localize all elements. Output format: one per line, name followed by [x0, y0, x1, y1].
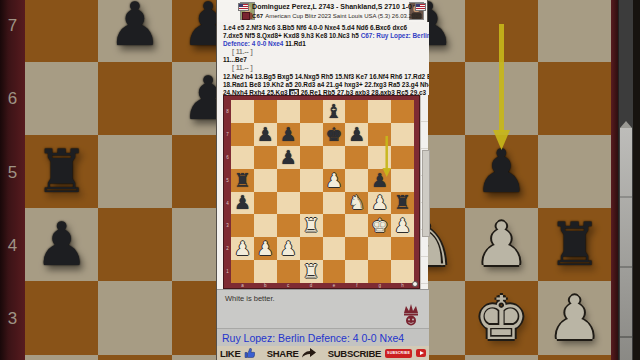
diagram-rank-label-1: 1: [224, 269, 231, 274]
notation-line[interactable]: 1.e4 e5 2.Nf3 Nc6 3.Bb5 Nf6 4.0-0 Nxe4 5…: [223, 24, 429, 32]
piece-black-p[interactable]: ♟: [280, 123, 297, 146]
diagram-chess-board[interactable]: ♝♟♟♚♟♟♜♟♟♟♞♟♜♜♚♟♟♟♟♜: [231, 100, 414, 283]
piece-black-b[interactable]: ♝: [325, 100, 342, 123]
diagram-rank-label-8: 8: [224, 109, 231, 114]
piece-white-r[interactable]: ♜: [303, 214, 320, 237]
diagram-rank-label-6: 6: [224, 155, 231, 160]
opening-name: Ruy Lopez: Berlin Defence: 4 0-0 Nxe4: [222, 332, 404, 344]
subscribe-label[interactable]: SUBSCRIBE: [328, 348, 381, 359]
square-e2[interactable]: [323, 237, 346, 260]
square-e7[interactable]: ♚: [323, 123, 346, 146]
diagram-file-label-d: d: [307, 283, 315, 288]
square-d4[interactable]: [300, 192, 323, 215]
square-f8[interactable]: [345, 100, 368, 123]
social-bar: LIKE SHARE SUBSCRIBE SUBSCRIBE: [217, 346, 429, 360]
diagram-file-label-h: h: [399, 283, 407, 288]
square-c1[interactable]: [277, 260, 300, 283]
like-label[interactable]: LIKE: [220, 348, 240, 359]
square-a6[interactable]: [231, 146, 254, 169]
square-d1[interactable]: ♜: [300, 260, 323, 283]
square-f7[interactable]: ♟: [345, 123, 368, 146]
piece-white-k[interactable]: ♚: [371, 214, 388, 237]
notation-line[interactable]: 18.Rad1 Be8 19.Kh2 a5 20.Rd3 a4 21.g4 hx…: [223, 81, 429, 89]
square-b7[interactable]: ♟: [254, 123, 277, 146]
square-b2[interactable]: ♟: [254, 237, 277, 260]
square-e4[interactable]: [323, 192, 346, 215]
video-frame: ♝♟♟♚♟♟♜♟♟♟♞♟♜♜♚♟♟♟♟♜ 76543 Dominguez Per…: [0, 0, 640, 360]
square-g2[interactable]: [368, 237, 391, 260]
notation-line[interactable]: Defence: 4 0-0 Nxe4 11.Rd1: [223, 40, 429, 48]
piece-black-r[interactable]: ♜: [234, 169, 251, 192]
subscribe-button[interactable]: SUBSCRIBE: [385, 349, 412, 358]
square-c2[interactable]: ♟: [277, 237, 300, 260]
move-text[interactable]: 11.Rd1: [285, 40, 306, 47]
piece-black-p[interactable]: ♟: [234, 191, 251, 214]
evaluation-text: White is better.: [225, 294, 275, 303]
square-f5[interactable]: [345, 169, 368, 192]
notation-scrollbar-thumb[interactable]: [422, 150, 430, 237]
window-scrollbar[interactable]: [618, 0, 633, 360]
square-c5[interactable]: [277, 169, 300, 192]
share-arrow-icon[interactable]: [302, 348, 316, 358]
square-e1[interactable]: [323, 260, 346, 283]
analysis-panel: Dominguez Perez,L 2743 - Shankland,S 271…: [216, 0, 428, 360]
youtube-icon[interactable]: [416, 349, 426, 357]
piece-white-p[interactable]: ♟: [234, 237, 251, 260]
piece-black-p[interactable]: ♟: [257, 123, 274, 146]
square-h4[interactable]: ♜: [391, 192, 414, 215]
square-d8[interactable]: [300, 100, 323, 123]
piece-black-k[interactable]: ♚: [325, 123, 342, 146]
square-f4[interactable]: ♞: [345, 192, 368, 215]
square-g7[interactable]: [368, 123, 391, 146]
move-text[interactable]: Defence: 4 0-0 Nxe4: [223, 40, 285, 47]
database-icon: [242, 12, 250, 20]
move-text[interactable]: 11...Be7: [223, 56, 247, 63]
square-a1[interactable]: [231, 260, 254, 283]
diagram-file-label-c: c: [284, 283, 292, 288]
move-text[interactable]: 7.dxe5 Nf5 8.Qxd8+ Kxd8 9.h3 Ke8 10.Nc3 …: [223, 32, 361, 39]
eco-code: C67: [252, 13, 263, 19]
square-a7[interactable]: [231, 123, 254, 146]
move-text[interactable]: [ 11.-- ]: [232, 64, 253, 71]
game-header: Dominguez Perez,L 2743 - Shankland,S 271…: [217, 0, 427, 23]
window-scrollbar-thumb[interactable]: [620, 128, 632, 360]
square-f1[interactable]: [345, 260, 368, 283]
square-c8[interactable]: [277, 100, 300, 123]
piece-white-p[interactable]: ♟: [325, 169, 342, 192]
move-text[interactable]: C67: Ruy Lopez: Berlin: [361, 32, 429, 39]
square-h8[interactable]: [391, 100, 414, 123]
square-h2[interactable]: [391, 237, 414, 260]
evaluation-box: White is better.: [217, 289, 429, 328]
square-d6[interactable]: [300, 146, 323, 169]
square-d5[interactable]: [300, 169, 323, 192]
opening-name-bar: Ruy Lopez: Berlin Defence: 4 0-0 Nxe4: [217, 328, 429, 346]
square-g6[interactable]: [368, 146, 391, 169]
square-e3[interactable]: [323, 214, 346, 237]
diagram-rank-label-2: 2: [224, 246, 231, 251]
square-a5[interactable]: ♜: [231, 169, 254, 192]
piece-white-p[interactable]: ♟: [280, 237, 297, 260]
diagram-file-label-f: f: [353, 283, 361, 288]
white-flag-icon: [238, 3, 249, 11]
move-text[interactable]: 18.Rad1 Be8 19.Kh2 a5 20.Rd3 a4 21.g4 hx…: [223, 81, 429, 88]
square-c4[interactable]: [277, 192, 300, 215]
black-flag-icon: [415, 3, 426, 11]
square-a4[interactable]: ♟: [231, 192, 254, 215]
square-e8[interactable]: ♝: [323, 100, 346, 123]
screen-right-edge: [633, 0, 640, 360]
notation-line[interactable]: 7.dxe5 Nf5 8.Qxd8+ Kxd8 9.h3 Ke8 10.Nc3 …: [223, 32, 429, 40]
square-h3[interactable]: ♟: [391, 214, 414, 237]
event-text: American Cup Blitz 2023 Saint Louis USA …: [265, 13, 422, 19]
square-f2[interactable]: [345, 237, 368, 260]
square-g1[interactable]: [368, 260, 391, 283]
square-d3[interactable]: ♜: [300, 214, 323, 237]
square-g5[interactable]: ♟: [368, 169, 391, 192]
square-g4[interactable]: ♟: [368, 192, 391, 215]
board-diagram: ♝♟♟♚♟♟♜♟♟♟♞♟♜♜♚♟♟♟♟♜ 87654321 abcdefgh: [223, 95, 420, 289]
piece-white-n[interactable]: ♞: [348, 191, 365, 214]
square-a3[interactable]: [231, 214, 254, 237]
square-h5[interactable]: [391, 169, 414, 192]
square-d2[interactable]: [300, 237, 323, 260]
square-f6[interactable]: [345, 146, 368, 169]
diagram-file-label-a: a: [238, 283, 246, 288]
players-line: Dominguez Perez,L 2743 - Shankland,S 271…: [257, 2, 407, 11]
white-to-move-indicator: [412, 281, 418, 287]
diagram-rank-label-3: 3: [224, 223, 231, 228]
diagram-file-label-b: b: [261, 283, 269, 288]
square-a2[interactable]: ♟: [231, 237, 254, 260]
square-d7[interactable]: [300, 123, 323, 146]
square-c6[interactable]: ♟: [277, 146, 300, 169]
diagram-rank-label-5: 5: [224, 178, 231, 183]
square-e5[interactable]: ♟: [323, 169, 346, 192]
diagram-rank-label-4: 4: [224, 201, 231, 206]
notation-pane[interactable]: 1.e4 e5 2.Nf3 Nc6 3.Bb5 Nf6 4.0-0 Nxe4 5…: [217, 22, 429, 95]
square-b3[interactable]: [254, 214, 277, 237]
square-h1[interactable]: [391, 260, 414, 283]
notation-line[interactable]: 11...Be7: [223, 56, 429, 64]
event-line: C67 American Cup Blitz 2023 Saint Louis …: [257, 11, 407, 20]
move-text[interactable]: 1.e4 e5 2.Nf3 Nc6 3.Bb5 Nf6 4.0-0 Nxe4 5…: [223, 24, 407, 31]
piece-black-p[interactable]: ♟: [348, 123, 365, 146]
players-result-text: Dominguez Perez,L 2743 - Shankland,S 271…: [252, 3, 412, 10]
square-b6[interactable]: [254, 146, 277, 169]
piece-black-p[interactable]: ♟: [371, 169, 388, 192]
notation-scrollbar[interactable]: [420, 95, 428, 289]
square-b1[interactable]: [254, 260, 277, 283]
piece-white-p[interactable]: ♟: [394, 214, 411, 237]
piece-white-p[interactable]: ♟: [371, 191, 388, 214]
piece-black-p[interactable]: ♟: [280, 146, 297, 169]
share-label[interactable]: SHARE: [267, 348, 299, 359]
square-g8[interactable]: [368, 100, 391, 123]
square-e6[interactable]: [323, 146, 346, 169]
square-b4[interactable]: [254, 192, 277, 215]
square-g3[interactable]: ♚: [368, 214, 391, 237]
move-text[interactable]: 12.Ne2 h4 13.Bg5 Bxg5 14.Nxg5 Rh5 15.Nf3…: [223, 73, 429, 80]
square-c3[interactable]: [277, 214, 300, 237]
thumbs-up-icon[interactable]: [244, 348, 255, 358]
piece-black-r[interactable]: ♜: [394, 191, 411, 214]
piece-white-r[interactable]: ♜: [303, 260, 320, 283]
diagram-file-label-e: e: [330, 283, 338, 288]
notation-line[interactable]: [ 11.-- ]: [223, 64, 429, 72]
square-b8[interactable]: [254, 100, 277, 123]
piece-white-p[interactable]: ♟: [257, 237, 274, 260]
chessbase-king-logo-icon: [403, 304, 419, 326]
square-a8[interactable]: [231, 100, 254, 123]
square-b5[interactable]: [254, 169, 277, 192]
square-c7[interactable]: ♟: [277, 123, 300, 146]
diagram-rank-label-7: 7: [224, 132, 231, 137]
square-f3[interactable]: [345, 214, 368, 237]
notation-line[interactable]: [ 11.-- ]: [223, 48, 429, 56]
diagram-file-label-g: g: [376, 283, 384, 288]
square-h7[interactable]: [391, 123, 414, 146]
move-text[interactable]: [ 11.-- ]: [232, 48, 253, 55]
notation-line[interactable]: 12.Ne2 h4 13.Bg5 Bxg5 14.Nxg5 Rh5 15.Nf3…: [223, 73, 429, 81]
square-h6[interactable]: [391, 146, 414, 169]
